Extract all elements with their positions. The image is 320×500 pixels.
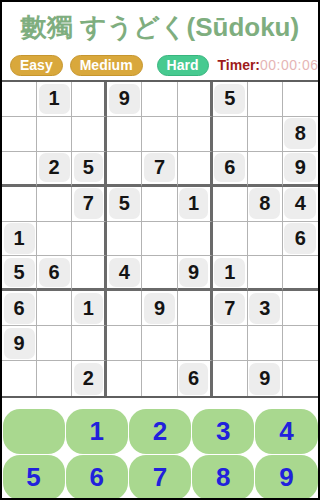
cell-r4c3[interactable]: 7: [72, 187, 107, 222]
number-pad: 1 2 3 4 5 6 7 8 9: [2, 408, 318, 500]
cell-r1c2[interactable]: 1: [37, 82, 72, 117]
cell-r3c3[interactable]: 5: [72, 152, 107, 187]
given-digit: 7: [74, 188, 103, 219]
cell-r8c1[interactable]: 9: [2, 326, 37, 361]
given-digit: 9: [284, 153, 316, 182]
given-digit: 7: [214, 293, 245, 324]
timer-value: 00:00:06: [260, 57, 319, 73]
cell-r8c4[interactable]: [107, 326, 142, 361]
cell-r8c6[interactable]: [178, 326, 213, 361]
cell-r3c8[interactable]: [248, 152, 283, 187]
given-digit: 8: [284, 118, 316, 149]
cell-r5c8[interactable]: [248, 222, 283, 257]
cell-r4c2[interactable]: [37, 187, 72, 222]
cell-r2c9[interactable]: 8: [283, 117, 318, 152]
given-digit: 6: [214, 153, 245, 182]
cell-r6c8[interactable]: [248, 256, 283, 291]
pad-spacer: [2, 398, 318, 408]
page-title: 數獨 すうどく(Sūdoku): [2, 2, 318, 52]
given-digit: 2: [39, 153, 70, 182]
given-digit: 1: [4, 223, 35, 254]
cell-r9c7[interactable]: [213, 361, 248, 396]
cell-r3c4[interactable]: [107, 152, 142, 187]
cell-r4c7[interactable]: [213, 187, 248, 222]
cell-r7c3[interactable]: 1: [72, 291, 107, 326]
given-digit: 5: [214, 84, 245, 115]
cell-r7c1[interactable]: 6: [2, 291, 37, 326]
numpad-3-button[interactable]: 3: [192, 409, 254, 454]
cell-r7c7[interactable]: 7: [213, 291, 248, 326]
cell-r6c7[interactable]: 1: [213, 256, 248, 291]
numpad-6-button[interactable]: 6: [66, 455, 128, 500]
easy-button[interactable]: Easy: [10, 55, 63, 76]
given-digit: 3: [249, 293, 280, 324]
given-digit: 9: [144, 293, 175, 324]
numpad-erase-button[interactable]: [3, 409, 65, 454]
sudoku-board: 195825769751841656491619739269: [2, 80, 318, 398]
cell-r5c6[interactable]: [178, 222, 213, 257]
cell-r8c7[interactable]: [213, 326, 248, 361]
given-digit: 1: [179, 188, 208, 219]
given-digit: 4: [284, 188, 316, 219]
cell-r7c8[interactable]: 3: [248, 291, 283, 326]
cell-r8c9[interactable]: [283, 326, 318, 361]
cell-r2c3[interactable]: [72, 117, 107, 152]
cell-r8c8[interactable]: [248, 326, 283, 361]
cell-r2c7[interactable]: [213, 117, 248, 152]
cell-r9c1[interactable]: [2, 361, 37, 396]
given-digit: 1: [214, 258, 245, 287]
cell-r5c4[interactable]: [107, 222, 142, 257]
cell-r1c6[interactable]: [178, 82, 213, 117]
cell-r4c1[interactable]: [2, 187, 37, 222]
cell-r2c6[interactable]: [178, 117, 213, 152]
cell-r3c1[interactable]: [2, 152, 37, 187]
cell-r6c3[interactable]: [72, 256, 107, 291]
cell-r9c3[interactable]: 2: [72, 361, 107, 396]
cell-r2c4[interactable]: [107, 117, 142, 152]
cell-r6c2[interactable]: 6: [37, 256, 72, 291]
given-digit: 1: [39, 84, 70, 115]
cell-r5c5[interactable]: [142, 222, 177, 257]
cell-r3c5[interactable]: 7: [142, 152, 177, 187]
cell-r6c9[interactable]: [283, 256, 318, 291]
given-digit: 5: [109, 188, 140, 219]
given-digit: 9: [4, 328, 35, 359]
cell-r1c4[interactable]: 9: [107, 82, 142, 117]
cell-r3c9[interactable]: 9: [283, 152, 318, 187]
cell-r4c5[interactable]: [142, 187, 177, 222]
given-digit: 8: [249, 188, 280, 219]
cell-r6c1[interactable]: 5: [2, 256, 37, 291]
given-digit: 5: [74, 153, 103, 182]
cell-r5c2[interactable]: [37, 222, 72, 257]
controls-bar: Easy Medium Hard Timer: 00:00:06 ?: [2, 52, 318, 80]
given-digit: 4: [109, 258, 140, 287]
cell-r3c6[interactable]: [178, 152, 213, 187]
numpad-7-button[interactable]: 7: [129, 455, 191, 500]
given-digit: 9: [109, 84, 140, 115]
cell-r8c5[interactable]: [142, 326, 177, 361]
cell-r1c1[interactable]: [2, 82, 37, 117]
numpad-1-button[interactable]: 1: [66, 409, 128, 454]
numpad-4-button[interactable]: 4: [255, 409, 317, 454]
cell-r7c2[interactable]: [37, 291, 72, 326]
cell-r1c9[interactable]: [283, 82, 318, 117]
cell-r7c9[interactable]: [283, 291, 318, 326]
cell-r4c4[interactable]: 5: [107, 187, 142, 222]
given-digit: 2: [74, 363, 103, 395]
cell-r2c5[interactable]: [142, 117, 177, 152]
cell-r7c5[interactable]: 9: [142, 291, 177, 326]
cell-r4c9[interactable]: 4: [283, 187, 318, 222]
cell-r4c6[interactable]: 1: [178, 187, 213, 222]
cell-r9c8[interactable]: 9: [248, 361, 283, 396]
given-digit: 1: [74, 293, 103, 324]
numpad-9-button[interactable]: 9: [255, 455, 317, 500]
cell-r2c1[interactable]: [2, 117, 37, 152]
cell-r9c2[interactable]: [37, 361, 72, 396]
cell-r9c6[interactable]: 6: [178, 361, 213, 396]
given-digit: 6: [39, 258, 70, 287]
cell-r5c7[interactable]: [213, 222, 248, 257]
given-digit: 9: [249, 363, 280, 395]
cell-r6c6[interactable]: 9: [178, 256, 213, 291]
cell-r9c5[interactable]: [142, 361, 177, 396]
cell-r6c5[interactable]: [142, 256, 177, 291]
cell-r3c7[interactable]: 6: [213, 152, 248, 187]
cell-r1c7[interactable]: 5: [213, 82, 248, 117]
cell-r5c9[interactable]: 6: [283, 222, 318, 257]
medium-button[interactable]: Medium: [70, 55, 143, 76]
cell-r2c2[interactable]: [37, 117, 72, 152]
cell-r1c5[interactable]: [142, 82, 177, 117]
given-digit: 6: [284, 223, 316, 254]
cell-r3c2[interactable]: 2: [37, 152, 72, 187]
numpad-5-button[interactable]: 5: [3, 455, 65, 500]
given-digit: 6: [4, 293, 35, 324]
cell-r5c3[interactable]: [72, 222, 107, 257]
timer-label: Timer:: [218, 57, 261, 73]
hard-button[interactable]: Hard: [157, 55, 209, 76]
cell-r9c4[interactable]: [107, 361, 142, 396]
cell-r8c3[interactable]: [72, 326, 107, 361]
cell-r5c1[interactable]: 1: [2, 222, 37, 257]
cell-r7c6[interactable]: [178, 291, 213, 326]
given-digit: 5: [4, 258, 35, 287]
cell-r7c4[interactable]: [107, 291, 142, 326]
cell-r9c9[interactable]: [283, 361, 318, 396]
cell-r4c8[interactable]: 8: [248, 187, 283, 222]
cell-r1c3[interactable]: [72, 82, 107, 117]
cell-r1c8[interactable]: [248, 82, 283, 117]
cell-r6c4[interactable]: 4: [107, 256, 142, 291]
numpad-2-button[interactable]: 2: [129, 409, 191, 454]
given-digit: 6: [179, 363, 208, 395]
app-window: 數獨 すうどく(Sūdoku) Easy Medium Hard Timer: …: [0, 0, 320, 500]
given-digit: 7: [144, 153, 175, 182]
cell-r8c2[interactable]: [37, 326, 72, 361]
given-digit: 9: [179, 258, 208, 287]
cell-r2c8[interactable]: [248, 117, 283, 152]
numpad-8-button[interactable]: 8: [192, 455, 254, 500]
